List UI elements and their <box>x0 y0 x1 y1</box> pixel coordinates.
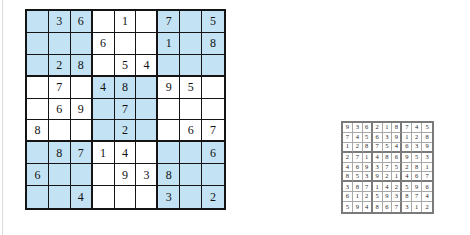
puzzle-cell-r5c4[interactable] <box>93 99 115 121</box>
puzzle-cell-r8c9[interactable] <box>202 164 224 186</box>
solution-cell-r4c1: 2 <box>343 153 353 163</box>
solution-cell-r4c2: 7 <box>353 153 363 163</box>
puzzle-cell-r1c7[interactable]: 7 <box>158 11 180 33</box>
solution-cell-r5c3: 9 <box>363 163 373 173</box>
solution-cell-r2c4: 6 <box>373 133 383 143</box>
solution-cell-r4c3: 1 <box>363 153 373 163</box>
solution-cell-r1c6: 8 <box>392 123 402 133</box>
solution-cell-r1c4: 2 <box>373 123 383 133</box>
puzzle-cell-r2c4[interactable]: 6 <box>93 33 115 55</box>
puzzle-cell-r4c8[interactable]: 5 <box>180 77 202 99</box>
solution-cell-r1c7: 7 <box>402 123 412 133</box>
puzzle-cell-r7c1[interactable] <box>27 142 49 164</box>
solution-cell-r5c1: 4 <box>343 163 353 173</box>
puzzle-cell-r9c3[interactable]: 4 <box>71 186 93 208</box>
puzzle-cell-r1c1[interactable] <box>27 11 49 33</box>
solution-cell-r3c3: 8 <box>363 143 373 153</box>
puzzle-cell-r9c4[interactable] <box>93 186 115 208</box>
puzzle-cell-r1c5[interactable]: 1 <box>115 11 137 33</box>
solution-cell-r7c4: 1 <box>373 182 383 192</box>
solution-cell-r3c2: 2 <box>353 143 363 153</box>
puzzle-cell-r4c5[interactable]: 8 <box>115 77 137 99</box>
solution-cell-r7c8: 9 <box>412 182 422 192</box>
puzzle-cell-r6c5[interactable]: 2 <box>115 120 137 142</box>
solution-cell-r8c6: 3 <box>392 192 402 202</box>
puzzle-cell-r5c6[interactable] <box>136 99 158 121</box>
solution-cell-r3c9: 9 <box>422 143 432 153</box>
solution-cell-r5c5: 7 <box>383 163 393 173</box>
puzzle-cell-r8c2[interactable] <box>49 164 71 186</box>
solution-cell-r4c5: 8 <box>383 153 393 163</box>
puzzle-cell-r4c1[interactable] <box>27 77 49 99</box>
page-edge-line <box>2 0 3 235</box>
puzzle-cell-r5c7[interactable] <box>158 99 180 121</box>
puzzle-cell-r8c3[interactable] <box>71 164 93 186</box>
solution-cell-r2c1: 7 <box>343 133 353 143</box>
solution-cell-r2c5: 3 <box>383 133 393 143</box>
solution-cell-r7c6: 2 <box>392 182 402 192</box>
puzzle-cell-r2c1[interactable] <box>27 33 49 55</box>
solution-cell-r6c8: 6 <box>412 172 422 182</box>
puzzle-cell-r8c5[interactable]: 9 <box>115 164 137 186</box>
puzzle-cell-r3c6[interactable]: 4 <box>136 55 158 77</box>
puzzle-cell-r4c4[interactable]: 4 <box>93 77 115 99</box>
solution-cell-r9c3: 4 <box>363 202 373 212</box>
puzzle-cell-r4c6[interactable] <box>136 77 158 99</box>
puzzle-cell-r5c5[interactable]: 7 <box>115 99 137 121</box>
puzzle-cell-r5c8[interactable] <box>180 99 202 121</box>
solution-cell-r3c8: 3 <box>412 143 422 153</box>
puzzle-cell-r7c4[interactable]: 1 <box>93 142 115 164</box>
solution-cell-r7c9: 6 <box>422 182 432 192</box>
solution-cell-r7c5: 4 <box>383 182 393 192</box>
solution-cell-r8c9: 4 <box>422 192 432 202</box>
solution-cell-r4c7: 9 <box>402 153 412 163</box>
solution-cell-r6c9: 7 <box>422 172 432 182</box>
puzzle-cell-r2c6[interactable] <box>136 33 158 55</box>
puzzle-cell-r4c7[interactable]: 9 <box>158 77 180 99</box>
solution-cell-r1c5: 1 <box>383 123 393 133</box>
solution-cell-r5c8: 8 <box>412 163 422 173</box>
solution-cell-r6c4: 9 <box>373 172 383 182</box>
puzzle-cell-r8c7[interactable]: 8 <box>158 164 180 186</box>
puzzle-cell-r6c6[interactable] <box>136 120 158 142</box>
puzzle-cell-r7c8[interactable] <box>180 142 202 164</box>
puzzle-cell-r6c2[interactable] <box>49 120 71 142</box>
puzzle-cell-r3c7[interactable] <box>158 55 180 77</box>
solution-cell-r1c3: 6 <box>363 123 373 133</box>
puzzle-cell-r7c2[interactable]: 8 <box>49 142 71 164</box>
solution-cell-r5c9: 1 <box>422 163 432 173</box>
solution-cell-r1c2: 3 <box>353 123 363 133</box>
puzzle-cell-r3c1[interactable] <box>27 55 49 77</box>
puzzle-cell-r8c1[interactable]: 6 <box>27 164 49 186</box>
puzzle-cell-r9c6[interactable] <box>136 186 158 208</box>
puzzle-cell-r4c3[interactable] <box>71 77 93 99</box>
puzzle-cell-r3c8[interactable] <box>180 55 202 77</box>
puzzle-cell-r2c9[interactable]: 8 <box>202 33 224 55</box>
puzzle-cell-r7c9[interactable]: 6 <box>202 142 224 164</box>
solution-cell-r6c2: 5 <box>353 172 363 182</box>
puzzle-cell-r5c2[interactable]: 6 <box>49 99 71 121</box>
solution-cell-r9c5: 6 <box>383 202 393 212</box>
solution-cell-r4c8: 5 <box>412 153 422 163</box>
solution-cell-r7c3: 7 <box>363 182 373 192</box>
puzzle-cell-r2c7[interactable]: 1 <box>158 33 180 55</box>
solution-cell-r3c7: 6 <box>402 143 412 153</box>
puzzle-cell-r1c6[interactable] <box>136 11 158 33</box>
solution-cell-r1c8: 4 <box>412 123 422 133</box>
puzzle-cell-r2c5[interactable] <box>115 33 137 55</box>
solution-cell-r2c6: 9 <box>392 133 402 143</box>
solution-cell-r3c1: 1 <box>343 143 353 153</box>
puzzle-cell-r8c6[interactable]: 3 <box>136 164 158 186</box>
puzzle-cell-r3c4[interactable] <box>93 55 115 77</box>
solution-cell-r2c8: 2 <box>412 133 422 143</box>
solution-cell-r9c4: 8 <box>373 202 383 212</box>
solution-cell-r9c1: 5 <box>343 202 353 212</box>
puzzle-cell-r6c1[interactable]: 8 <box>27 120 49 142</box>
puzzle-cell-r7c7[interactable] <box>158 142 180 164</box>
solution-cell-r6c7: 4 <box>402 172 412 182</box>
solution-cell-r8c5: 9 <box>383 192 393 202</box>
solution-cell-r4c4: 4 <box>373 153 383 163</box>
solution-cell-r9c8: 1 <box>412 202 422 212</box>
solution-cell-r2c2: 4 <box>353 133 363 143</box>
puzzle-cell-r4c2[interactable]: 7 <box>49 77 71 99</box>
puzzle-cell-r9c9[interactable]: 2 <box>202 186 224 208</box>
puzzle-cell-r9c8[interactable] <box>180 186 202 208</box>
puzzle-cell-r9c2[interactable] <box>49 186 71 208</box>
page: 361756182854748956978267871466938432 936… <box>0 0 470 235</box>
solution-cell-r7c7: 5 <box>402 182 412 192</box>
solution-cell-r2c9: 8 <box>422 133 432 143</box>
puzzle-cell-r9c5[interactable] <box>115 186 137 208</box>
solution-cell-r1c9: 5 <box>422 123 432 133</box>
solution-cell-r9c9: 2 <box>422 202 432 212</box>
puzzle-cell-r2c3[interactable] <box>71 33 93 55</box>
solution-cell-r8c3: 2 <box>363 192 373 202</box>
puzzle-cell-r9c7[interactable]: 3 <box>158 186 180 208</box>
solution-cell-r6c5: 2 <box>383 172 393 182</box>
solution-cell-r2c3: 5 <box>363 133 373 143</box>
solution-cell-r9c2: 9 <box>353 202 363 212</box>
puzzle-cell-r5c3[interactable]: 9 <box>71 99 93 121</box>
solution-cell-r4c9: 3 <box>422 153 432 163</box>
solution-cell-r5c6: 5 <box>392 163 402 173</box>
solution-cell-r5c4: 3 <box>373 163 383 173</box>
puzzle-cell-r1c4[interactable] <box>93 11 115 33</box>
puzzle-cell-r1c3[interactable]: 6 <box>71 11 93 33</box>
puzzle-cell-r2c2[interactable] <box>49 33 71 55</box>
solution-cell-r6c3: 3 <box>363 172 373 182</box>
solution-grid: 9362187457456391281287546392714869534693… <box>341 121 434 214</box>
puzzle-cell-r3c3[interactable]: 8 <box>71 55 93 77</box>
solution-cell-r8c4: 5 <box>373 192 383 202</box>
puzzle-cell-r3c2[interactable]: 2 <box>49 55 71 77</box>
puzzle-cell-r9c1[interactable] <box>27 186 49 208</box>
solution-cell-r8c8: 7 <box>412 192 422 202</box>
solution-cell-r4c6: 6 <box>392 153 402 163</box>
puzzle-cell-r8c8[interactable] <box>180 164 202 186</box>
solution-cell-r7c1: 3 <box>343 182 353 192</box>
solution-cell-r3c6: 4 <box>392 143 402 153</box>
puzzle-cell-r5c9[interactable] <box>202 99 224 121</box>
puzzle-cell-r7c6[interactable] <box>136 142 158 164</box>
puzzle-cell-r8c4[interactable] <box>93 164 115 186</box>
solution-cell-r1c1: 9 <box>343 123 353 133</box>
puzzle-cell-r5c1[interactable] <box>27 99 49 121</box>
solution-cell-r9c6: 7 <box>392 202 402 212</box>
puzzle-cell-r4c9[interactable] <box>202 77 224 99</box>
solution-cell-r6c6: 1 <box>392 172 402 182</box>
puzzle-cell-r6c7[interactable] <box>158 120 180 142</box>
puzzle-cell-r7c3[interactable]: 7 <box>71 142 93 164</box>
puzzle-cell-r3c5[interactable]: 5 <box>115 55 137 77</box>
puzzle-cell-r6c8[interactable]: 6 <box>180 120 202 142</box>
puzzle-cell-r6c3[interactable] <box>71 120 93 142</box>
solution-cell-r3c5: 5 <box>383 143 393 153</box>
puzzle-cell-r2c8[interactable] <box>180 33 202 55</box>
solution-cell-r3c4: 7 <box>373 143 383 153</box>
solution-cell-r9c7: 3 <box>402 202 412 212</box>
solution-cell-r5c7: 2 <box>402 163 412 173</box>
solution-cell-r8c2: 1 <box>353 192 363 202</box>
puzzle-cell-r7c5[interactable]: 4 <box>115 142 137 164</box>
solution-cell-r2c7: 1 <box>402 133 412 143</box>
puzzle-grid: 361756182854748956978267871466938432 <box>25 9 226 210</box>
solution-cell-r5c2: 6 <box>353 163 363 173</box>
solution-cell-r6c1: 8 <box>343 172 353 182</box>
puzzle-cell-r1c2[interactable]: 3 <box>49 11 71 33</box>
solution-cell-r7c2: 8 <box>353 182 363 192</box>
puzzle-cell-r1c9[interactable]: 5 <box>202 11 224 33</box>
puzzle-cell-r6c4[interactable] <box>93 120 115 142</box>
solution-cell-r8c7: 8 <box>402 192 412 202</box>
puzzle-cell-r3c9[interactable] <box>202 55 224 77</box>
solution-cell-r8c1: 6 <box>343 192 353 202</box>
puzzle-cell-r6c9[interactable]: 7 <box>202 120 224 142</box>
puzzle-cell-r1c8[interactable] <box>180 11 202 33</box>
